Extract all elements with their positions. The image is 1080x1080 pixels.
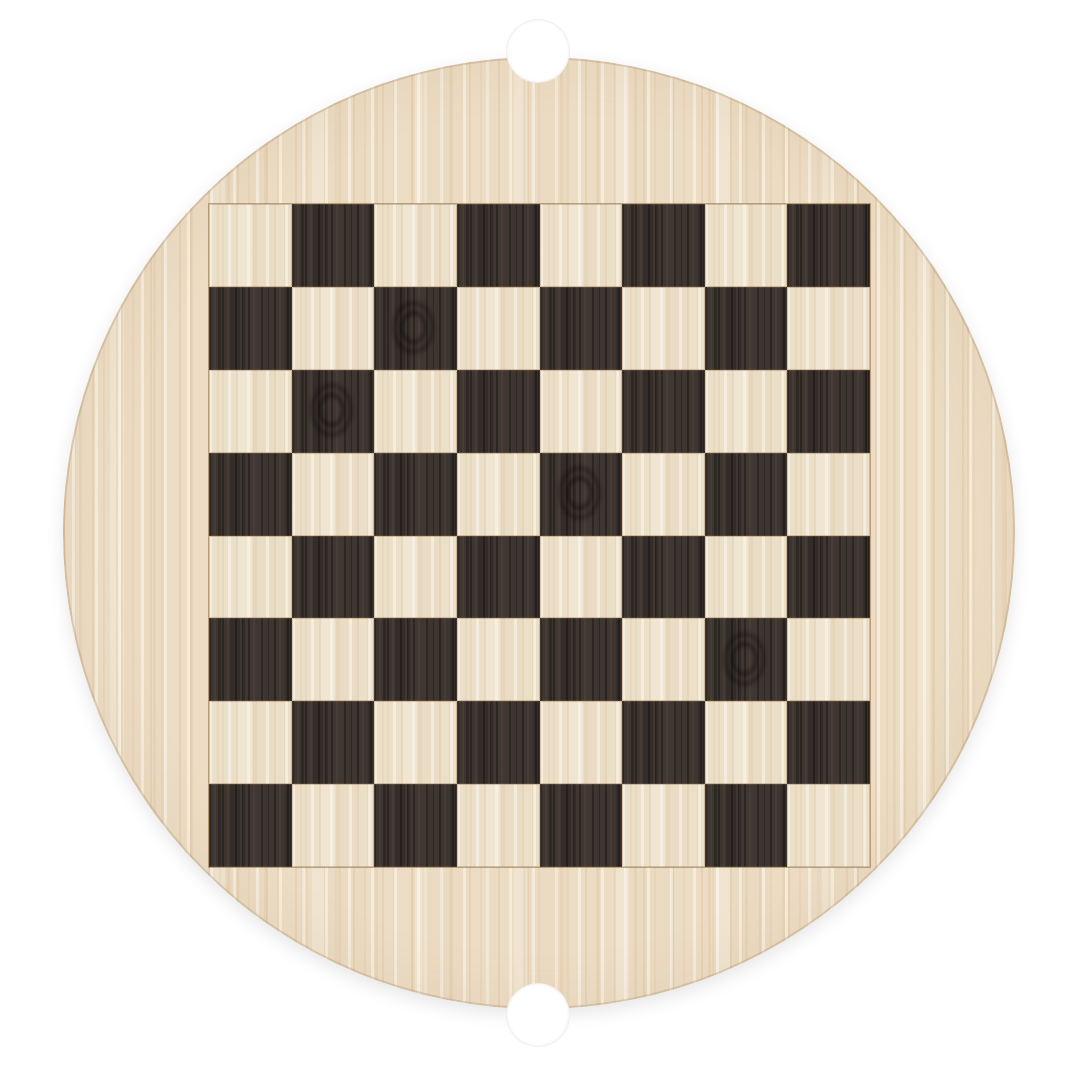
- scene: [0, 0, 1080, 1080]
- square-c3[interactable]: [374, 618, 457, 701]
- square-e4[interactable]: [540, 536, 623, 619]
- square-h5[interactable]: [787, 453, 870, 536]
- square-c4[interactable]: [374, 536, 457, 619]
- top-notch: [506, 19, 570, 83]
- square-f2[interactable]: [622, 701, 705, 784]
- square-g8[interactable]: [705, 204, 788, 287]
- square-b7[interactable]: [292, 287, 375, 370]
- square-b5[interactable]: [292, 453, 375, 536]
- square-a7[interactable]: [209, 287, 292, 370]
- square-c6[interactable]: [374, 370, 457, 453]
- square-f8[interactable]: [622, 204, 705, 287]
- square-a8[interactable]: [209, 204, 292, 287]
- square-h2[interactable]: [787, 701, 870, 784]
- square-f5[interactable]: [622, 453, 705, 536]
- square-e8[interactable]: [540, 204, 623, 287]
- square-c7[interactable]: [374, 287, 457, 370]
- square-f3[interactable]: [622, 618, 705, 701]
- square-d1[interactable]: [457, 784, 540, 867]
- square-b1[interactable]: [292, 784, 375, 867]
- square-h4[interactable]: [787, 536, 870, 619]
- square-g7[interactable]: [705, 287, 788, 370]
- chessboard: [209, 204, 870, 867]
- square-c5[interactable]: [374, 453, 457, 536]
- square-f1[interactable]: [622, 784, 705, 867]
- square-g6[interactable]: [705, 370, 788, 453]
- square-g4[interactable]: [705, 536, 788, 619]
- square-a4[interactable]: [209, 536, 292, 619]
- square-d2[interactable]: [457, 701, 540, 784]
- square-h3[interactable]: [787, 618, 870, 701]
- square-e2[interactable]: [540, 701, 623, 784]
- square-h1[interactable]: [787, 784, 870, 867]
- square-c1[interactable]: [374, 784, 457, 867]
- square-c8[interactable]: [374, 204, 457, 287]
- square-g3[interactable]: [705, 618, 788, 701]
- square-b8[interactable]: [292, 204, 375, 287]
- square-d3[interactable]: [457, 618, 540, 701]
- square-d5[interactable]: [457, 453, 540, 536]
- square-b2[interactable]: [292, 701, 375, 784]
- square-e3[interactable]: [540, 618, 623, 701]
- square-a1[interactable]: [209, 784, 292, 867]
- square-a5[interactable]: [209, 453, 292, 536]
- square-e6[interactable]: [540, 370, 623, 453]
- square-a3[interactable]: [209, 618, 292, 701]
- square-b6[interactable]: [292, 370, 375, 453]
- square-f4[interactable]: [622, 536, 705, 619]
- square-g5[interactable]: [705, 453, 788, 536]
- square-a2[interactable]: [209, 701, 292, 784]
- square-c2[interactable]: [374, 701, 457, 784]
- bottom-notch: [506, 983, 570, 1047]
- square-d7[interactable]: [457, 287, 540, 370]
- square-g1[interactable]: [705, 784, 788, 867]
- square-d4[interactable]: [457, 536, 540, 619]
- square-h7[interactable]: [787, 287, 870, 370]
- square-b3[interactable]: [292, 618, 375, 701]
- square-h8[interactable]: [787, 204, 870, 287]
- square-e5[interactable]: [540, 453, 623, 536]
- square-h6[interactable]: [787, 370, 870, 453]
- square-g2[interactable]: [705, 701, 788, 784]
- square-d6[interactable]: [457, 370, 540, 453]
- square-f7[interactable]: [622, 287, 705, 370]
- square-e1[interactable]: [540, 784, 623, 867]
- square-d8[interactable]: [457, 204, 540, 287]
- square-a6[interactable]: [209, 370, 292, 453]
- square-b4[interactable]: [292, 536, 375, 619]
- square-f6[interactable]: [622, 370, 705, 453]
- square-e7[interactable]: [540, 287, 623, 370]
